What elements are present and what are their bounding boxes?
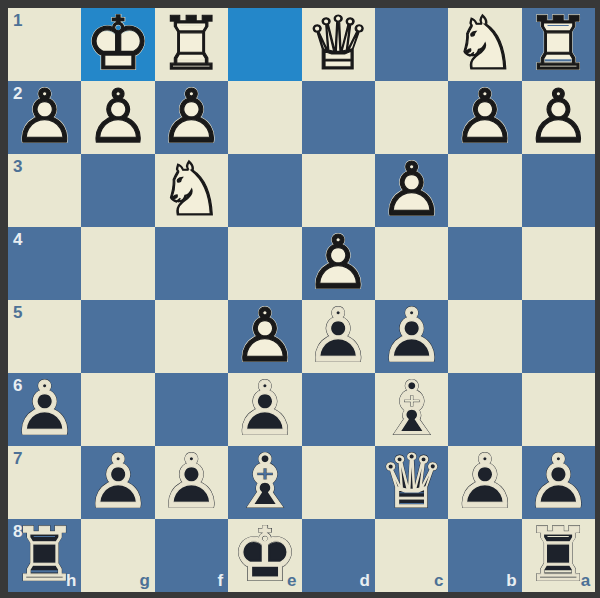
- white-pawn: ♟︎♙: [155, 81, 228, 154]
- square-f4[interactable]: [155, 227, 228, 300]
- file-label-b: b: [506, 572, 516, 589]
- square-e4[interactable]: [228, 227, 301, 300]
- piece-outline-glyph: ♙: [228, 371, 301, 444]
- square-b2[interactable]: ♟︎♙: [448, 81, 521, 154]
- piece-outline-glyph: ♘: [155, 152, 228, 225]
- black-pawn: ♟︎♙: [375, 300, 448, 373]
- piece-outline-glyph: ♙: [375, 298, 448, 371]
- square-d2[interactable]: [302, 81, 375, 154]
- piece-outline-glyph: ♕: [302, 6, 375, 79]
- white-pawn: ♟︎♙: [228, 300, 301, 373]
- black-pawn: ♟︎♙: [81, 446, 154, 519]
- square-d4[interactable]: ♟︎♙: [302, 227, 375, 300]
- square-f3[interactable]: ♞♘: [155, 154, 228, 227]
- file-label-d: d: [360, 572, 370, 589]
- black-queen: ♛♕: [375, 446, 448, 519]
- black-pawn: ♟︎♙: [8, 373, 81, 446]
- square-b6[interactable]: [448, 373, 521, 446]
- square-g1[interactable]: ♚♔: [81, 8, 154, 81]
- square-h3[interactable]: 3: [8, 154, 81, 227]
- black-pawn: ♟︎♙: [155, 446, 228, 519]
- square-d7[interactable]: [302, 446, 375, 519]
- square-h6[interactable]: 6♟︎♙: [8, 373, 81, 446]
- rank-label-4: 4: [13, 231, 22, 248]
- square-h5[interactable]: 5: [8, 300, 81, 373]
- piece-outline-glyph: ♙: [302, 225, 375, 298]
- square-f7[interactable]: ♟︎♙: [155, 446, 228, 519]
- square-a3[interactable]: [522, 154, 595, 227]
- piece-outline-glyph: ♙: [81, 79, 154, 152]
- piece-outline-glyph: ♗: [375, 371, 448, 444]
- black-bishop: ♝♗: [375, 373, 448, 446]
- rank-label-1: 1: [13, 12, 22, 29]
- square-h2[interactable]: 2♟︎♙: [8, 81, 81, 154]
- white-pawn: ♟︎♙: [81, 81, 154, 154]
- square-g5[interactable]: [81, 300, 154, 373]
- square-f5[interactable]: [155, 300, 228, 373]
- piece-outline-glyph: ♙: [522, 444, 595, 517]
- piece-outline-glyph: ♙: [81, 444, 154, 517]
- square-g6[interactable]: [81, 373, 154, 446]
- square-f2[interactable]: ♟︎♙: [155, 81, 228, 154]
- square-h7[interactable]: 7: [8, 446, 81, 519]
- piece-outline-glyph: ♙: [448, 79, 521, 152]
- square-c3[interactable]: ♟︎♙: [375, 154, 448, 227]
- square-a6[interactable]: [522, 373, 595, 446]
- black-pawn: ♟︎♙: [302, 300, 375, 373]
- white-king: ♚♔: [81, 8, 154, 81]
- black-bishop: ♝♗: [228, 446, 301, 519]
- piece-outline-glyph: ♙: [8, 79, 81, 152]
- white-pawn: ♟︎♙: [448, 81, 521, 154]
- black-rook: ♜♖: [8, 519, 81, 592]
- chess-app-window: 1♚♔♜♖♛♕♞♘♜♖2♟︎♙♟︎♙♟︎♙♟︎♙♟︎♙3♞♘♟︎♙4♟︎♙5♟︎…: [0, 0, 600, 598]
- square-e3[interactable]: [228, 154, 301, 227]
- piece-outline-glyph: ♙: [155, 79, 228, 152]
- black-pawn: ♟︎♙: [448, 446, 521, 519]
- white-pawn: ♟︎♙: [302, 227, 375, 300]
- square-e5[interactable]: ♟︎♙: [228, 300, 301, 373]
- square-a1[interactable]: ♜♖: [522, 8, 595, 81]
- square-g3[interactable]: [81, 154, 154, 227]
- piece-outline-glyph: ♖: [522, 6, 595, 79]
- square-g4[interactable]: [81, 227, 154, 300]
- square-b7[interactable]: ♟︎♙: [448, 446, 521, 519]
- square-c2[interactable]: [375, 81, 448, 154]
- black-rook: ♜♖: [522, 519, 595, 592]
- square-a7[interactable]: ♟︎♙: [522, 446, 595, 519]
- square-b4[interactable]: [448, 227, 521, 300]
- white-pawn: ♟︎♙: [375, 154, 448, 227]
- square-f8[interactable]: f: [155, 519, 228, 592]
- file-label-f: f: [218, 572, 224, 589]
- square-a8[interactable]: a♜♖: [522, 519, 595, 592]
- piece-outline-glyph: ♖: [155, 6, 228, 79]
- square-b3[interactable]: [448, 154, 521, 227]
- square-e2[interactable]: [228, 81, 301, 154]
- piece-outline-glyph: ♔: [81, 6, 154, 79]
- piece-outline-glyph: ♙: [8, 371, 81, 444]
- square-a4[interactable]: [522, 227, 595, 300]
- square-e1[interactable]: [228, 8, 301, 81]
- square-g7[interactable]: ♟︎♙: [81, 446, 154, 519]
- square-d3[interactable]: [302, 154, 375, 227]
- piece-outline-glyph: ♙: [302, 298, 375, 371]
- square-d8[interactable]: d: [302, 519, 375, 592]
- white-queen: ♛♕: [302, 8, 375, 81]
- piece-outline-glyph: ♔: [228, 517, 301, 590]
- piece-outline-glyph: ♗: [228, 444, 301, 517]
- square-f6[interactable]: [155, 373, 228, 446]
- white-rook: ♜♖: [522, 8, 595, 81]
- square-h4[interactable]: 4: [8, 227, 81, 300]
- rank-label-5: 5: [13, 304, 22, 321]
- piece-outline-glyph: ♙: [228, 298, 301, 371]
- square-b1[interactable]: ♞♘: [448, 8, 521, 81]
- file-label-g: g: [139, 572, 149, 589]
- white-knight: ♞♘: [155, 154, 228, 227]
- white-knight: ♞♘: [448, 8, 521, 81]
- black-pawn: ♟︎♙: [228, 373, 301, 446]
- square-b5[interactable]: [448, 300, 521, 373]
- rank-label-7: 7: [13, 450, 22, 467]
- white-pawn: ♟︎♙: [8, 81, 81, 154]
- piece-outline-glyph: ♘: [448, 6, 521, 79]
- piece-outline-glyph: ♙: [155, 444, 228, 517]
- square-d6[interactable]: [302, 373, 375, 446]
- square-c5[interactable]: ♟︎♙: [375, 300, 448, 373]
- white-pawn: ♟︎♙: [522, 81, 595, 154]
- piece-outline-glyph: ♕: [375, 444, 448, 517]
- square-g2[interactable]: ♟︎♙: [81, 81, 154, 154]
- square-d5[interactable]: ♟︎♙: [302, 300, 375, 373]
- piece-outline-glyph: ♙: [448, 444, 521, 517]
- square-d1[interactable]: ♛♕: [302, 8, 375, 81]
- square-h1[interactable]: 1: [8, 8, 81, 81]
- black-king: ♚♔: [228, 519, 301, 592]
- rank-label-3: 3: [13, 158, 22, 175]
- square-e6[interactable]: ♟︎♙: [228, 373, 301, 446]
- square-h8[interactable]: 8h♜♖: [8, 519, 81, 592]
- file-label-c: c: [434, 572, 443, 589]
- black-pawn: ♟︎♙: [522, 446, 595, 519]
- square-c7[interactable]: ♛♕: [375, 446, 448, 519]
- square-c4[interactable]: [375, 227, 448, 300]
- piece-outline-glyph: ♖: [522, 517, 595, 590]
- square-c8[interactable]: c: [375, 519, 448, 592]
- piece-outline-glyph: ♖: [8, 517, 81, 590]
- chess-board: 1♚♔♜♖♛♕♞♘♜♖2♟︎♙♟︎♙♟︎♙♟︎♙♟︎♙3♞♘♟︎♙4♟︎♙5♟︎…: [8, 8, 595, 592]
- square-a2[interactable]: ♟︎♙: [522, 81, 595, 154]
- square-e7[interactable]: ♝♗: [228, 446, 301, 519]
- square-b8[interactable]: b: [448, 519, 521, 592]
- white-rook: ♜♖: [155, 8, 228, 81]
- square-c6[interactable]: ♝♗: [375, 373, 448, 446]
- piece-outline-glyph: ♙: [522, 79, 595, 152]
- square-f1[interactable]: ♜♖: [155, 8, 228, 81]
- square-c1[interactable]: [375, 8, 448, 81]
- square-g8[interactable]: g: [81, 519, 154, 592]
- piece-outline-glyph: ♙: [375, 152, 448, 225]
- square-e8[interactable]: e♚♔: [228, 519, 301, 592]
- square-a5[interactable]: [522, 300, 595, 373]
